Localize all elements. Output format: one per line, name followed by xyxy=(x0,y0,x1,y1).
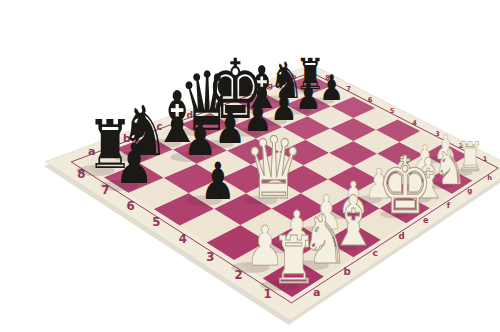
rank-label-right-4: 4 xyxy=(412,119,417,127)
piece-white-king-e1: ♚ xyxy=(377,139,432,232)
file-label-near-d: d xyxy=(398,231,404,241)
piece-white-rook-a1: ♜ xyxy=(271,222,317,299)
rank-label-right-6: 6 xyxy=(368,96,373,104)
chess-set-product-photo: 11aa22bb33cc44dd55ee66ff77gg88hh♜♞♟♝♟♚♟♛… xyxy=(40,16,500,332)
piece-black-pawn-g7: ♟ xyxy=(295,75,321,118)
file-label-near-g: g xyxy=(467,186,472,195)
rank-label-left-6: 6 xyxy=(127,199,135,213)
rank-label-left-5: 5 xyxy=(152,215,160,229)
rank-label-right-5: 5 xyxy=(390,107,395,115)
piece-black-pawn-d7: ♟ xyxy=(214,100,246,154)
chess-board: 11aa22bb33cc44dd55ee66ff77gg88hh♜♞♟♝♟♚♟♛… xyxy=(40,16,500,332)
file-label-near-h: h xyxy=(487,174,492,182)
rank-label-left-3: 3 xyxy=(206,250,214,264)
rank-label-left-4: 4 xyxy=(179,232,187,246)
piece-black-pawn-a7: ♟ xyxy=(115,132,154,197)
piece-black-pawn-b5: ♟ xyxy=(200,151,236,211)
rank-label-right-7: 7 xyxy=(346,85,351,93)
piece-black-pawn-h7: ♟ xyxy=(319,67,344,107)
